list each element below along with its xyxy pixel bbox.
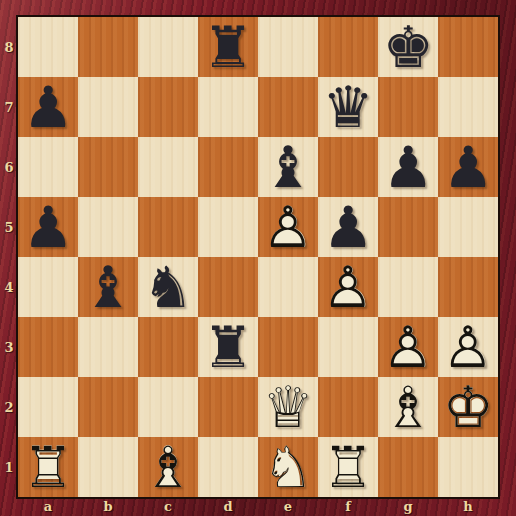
piece-white-pawn[interactable]: ♟♙ bbox=[378, 317, 438, 377]
file-labels: abcdefgh bbox=[18, 497, 498, 516]
piece-outline: ♗ bbox=[378, 377, 438, 437]
board-frame: 87654321 abcdefgh ♜♚♟♛♝♟♟♟♟♙♟♝♞♟♙♜♟♙♟♙♛♕… bbox=[0, 0, 516, 516]
piece-glyph: ♞ bbox=[138, 257, 198, 317]
piece-black-rook[interactable]: ♜ bbox=[198, 17, 258, 77]
square-d5[interactable] bbox=[198, 197, 258, 257]
piece-white-queen[interactable]: ♛♕ bbox=[258, 377, 318, 437]
rank-labels: 87654321 bbox=[0, 17, 18, 497]
piece-glyph: ♟ bbox=[18, 197, 78, 257]
rank-label-5: 5 bbox=[0, 197, 18, 257]
square-a7[interactable]: ♟ bbox=[18, 77, 78, 137]
piece-white-knight[interactable]: ♞♘ bbox=[258, 437, 318, 497]
file-label-h: h bbox=[438, 499, 498, 514]
square-f8[interactable] bbox=[318, 17, 378, 77]
piece-black-pawn[interactable]: ♟ bbox=[438, 137, 498, 197]
square-f2[interactable] bbox=[318, 377, 378, 437]
square-c1[interactable]: ♝♗ bbox=[138, 437, 198, 497]
piece-glyph: ♝ bbox=[258, 137, 318, 197]
file-label-g: g bbox=[378, 499, 438, 514]
piece-black-queen[interactable]: ♛ bbox=[318, 77, 378, 137]
square-c3[interactable] bbox=[138, 317, 198, 377]
square-c2[interactable] bbox=[138, 377, 198, 437]
square-c8[interactable] bbox=[138, 17, 198, 77]
file-label-e: e bbox=[258, 499, 318, 514]
square-e3[interactable] bbox=[258, 317, 318, 377]
piece-white-pawn[interactable]: ♟♙ bbox=[438, 317, 498, 377]
piece-glyph: ♟ bbox=[438, 137, 498, 197]
piece-outline: ♙ bbox=[258, 197, 318, 257]
square-f6[interactable] bbox=[318, 137, 378, 197]
piece-glyph: ♜ bbox=[198, 17, 258, 77]
square-b5[interactable] bbox=[78, 197, 138, 257]
square-h2[interactable]: ♚♔ bbox=[438, 377, 498, 437]
file-label-a: a bbox=[18, 499, 78, 514]
square-b8[interactable] bbox=[78, 17, 138, 77]
file-label-d: d bbox=[198, 499, 258, 514]
rank-label-8: 8 bbox=[0, 17, 18, 77]
square-a4[interactable] bbox=[18, 257, 78, 317]
square-h7[interactable] bbox=[438, 77, 498, 137]
square-e6[interactable]: ♝ bbox=[258, 137, 318, 197]
square-g3[interactable]: ♟♙ bbox=[378, 317, 438, 377]
square-a6[interactable] bbox=[18, 137, 78, 197]
square-a3[interactable] bbox=[18, 317, 78, 377]
square-d7[interactable] bbox=[198, 77, 258, 137]
piece-black-bishop[interactable]: ♝ bbox=[78, 257, 138, 317]
square-d4[interactable] bbox=[198, 257, 258, 317]
square-a1[interactable]: ♜♖ bbox=[18, 437, 78, 497]
square-a8[interactable] bbox=[18, 17, 78, 77]
piece-outline: ♙ bbox=[318, 257, 378, 317]
rank-label-2: 2 bbox=[0, 377, 18, 437]
piece-outline: ♕ bbox=[258, 377, 318, 437]
rank-label-1: 1 bbox=[0, 437, 18, 497]
piece-black-bishop[interactable]: ♝ bbox=[258, 137, 318, 197]
square-c5[interactable] bbox=[138, 197, 198, 257]
piece-black-rook[interactable]: ♜ bbox=[198, 317, 258, 377]
file-label-c: c bbox=[138, 499, 198, 514]
piece-glyph: ♛ bbox=[318, 77, 378, 137]
piece-white-rook[interactable]: ♜♖ bbox=[18, 437, 78, 497]
square-g6[interactable]: ♟ bbox=[378, 137, 438, 197]
piece-white-pawn[interactable]: ♟♙ bbox=[318, 257, 378, 317]
square-a2[interactable] bbox=[18, 377, 78, 437]
rank-label-3: 3 bbox=[0, 317, 18, 377]
piece-glyph: ♟ bbox=[18, 77, 78, 137]
piece-outline: ♘ bbox=[258, 437, 318, 497]
square-d3[interactable]: ♜ bbox=[198, 317, 258, 377]
square-b1[interactable] bbox=[78, 437, 138, 497]
piece-black-king[interactable]: ♚ bbox=[378, 17, 438, 77]
piece-glyph: ♟ bbox=[378, 137, 438, 197]
square-e1[interactable]: ♞♘ bbox=[258, 437, 318, 497]
piece-glyph: ♜ bbox=[198, 317, 258, 377]
rank-label-7: 7 bbox=[0, 77, 18, 137]
chess-board: ♜♚♟♛♝♟♟♟♟♙♟♝♞♟♙♜♟♙♟♙♛♕♝♗♚♔♜♖♝♗♞♘♜♖ bbox=[18, 17, 498, 497]
square-d6[interactable] bbox=[198, 137, 258, 197]
rank-label-6: 6 bbox=[0, 137, 18, 197]
square-g8[interactable]: ♚ bbox=[378, 17, 438, 77]
square-c7[interactable] bbox=[138, 77, 198, 137]
square-h3[interactable]: ♟♙ bbox=[438, 317, 498, 377]
square-f3[interactable] bbox=[318, 317, 378, 377]
piece-white-pawn[interactable]: ♟♙ bbox=[258, 197, 318, 257]
file-label-f: f bbox=[318, 499, 378, 514]
piece-outline: ♙ bbox=[438, 317, 498, 377]
piece-black-knight[interactable]: ♞ bbox=[138, 257, 198, 317]
square-f4[interactable]: ♟♙ bbox=[318, 257, 378, 317]
piece-white-rook[interactable]: ♜♖ bbox=[318, 437, 378, 497]
square-b2[interactable] bbox=[78, 377, 138, 437]
piece-outline: ♖ bbox=[318, 437, 378, 497]
piece-white-king[interactable]: ♚♔ bbox=[438, 377, 498, 437]
square-f5[interactable]: ♟ bbox=[318, 197, 378, 257]
square-c4[interactable]: ♞ bbox=[138, 257, 198, 317]
piece-black-pawn[interactable]: ♟ bbox=[318, 197, 378, 257]
square-h1[interactable] bbox=[438, 437, 498, 497]
square-b3[interactable] bbox=[78, 317, 138, 377]
piece-black-pawn[interactable]: ♟ bbox=[18, 197, 78, 257]
square-h6[interactable]: ♟ bbox=[438, 137, 498, 197]
piece-white-bishop[interactable]: ♝♗ bbox=[138, 437, 198, 497]
square-b4[interactable]: ♝ bbox=[78, 257, 138, 317]
square-d1[interactable] bbox=[198, 437, 258, 497]
square-h4[interactable] bbox=[438, 257, 498, 317]
square-h8[interactable] bbox=[438, 17, 498, 77]
square-e5[interactable]: ♟♙ bbox=[258, 197, 318, 257]
square-d8[interactable]: ♜ bbox=[198, 17, 258, 77]
square-e8[interactable] bbox=[258, 17, 318, 77]
square-g1[interactable] bbox=[378, 437, 438, 497]
square-g4[interactable] bbox=[378, 257, 438, 317]
square-b7[interactable] bbox=[78, 77, 138, 137]
square-f1[interactable]: ♜♖ bbox=[318, 437, 378, 497]
piece-outline: ♖ bbox=[18, 437, 78, 497]
square-h5[interactable] bbox=[438, 197, 498, 257]
piece-glyph: ♝ bbox=[78, 257, 138, 317]
square-f7[interactable]: ♛ bbox=[318, 77, 378, 137]
piece-outline: ♙ bbox=[378, 317, 438, 377]
rank-label-4: 4 bbox=[0, 257, 18, 317]
square-d2[interactable] bbox=[198, 377, 258, 437]
square-g5[interactable] bbox=[378, 197, 438, 257]
square-e2[interactable]: ♛♕ bbox=[258, 377, 318, 437]
piece-black-pawn[interactable]: ♟ bbox=[18, 77, 78, 137]
square-c6[interactable] bbox=[138, 137, 198, 197]
piece-outline: ♗ bbox=[138, 437, 198, 497]
piece-white-bishop[interactable]: ♝♗ bbox=[378, 377, 438, 437]
piece-outline: ♔ bbox=[438, 377, 498, 437]
square-e4[interactable] bbox=[258, 257, 318, 317]
square-a5[interactable]: ♟ bbox=[18, 197, 78, 257]
file-label-b: b bbox=[78, 499, 138, 514]
square-b6[interactable] bbox=[78, 137, 138, 197]
square-g7[interactable] bbox=[378, 77, 438, 137]
square-e7[interactable] bbox=[258, 77, 318, 137]
piece-glyph: ♟ bbox=[318, 197, 378, 257]
piece-black-pawn[interactable]: ♟ bbox=[378, 137, 438, 197]
square-g2[interactable]: ♝♗ bbox=[378, 377, 438, 437]
piece-glyph: ♚ bbox=[378, 17, 438, 77]
